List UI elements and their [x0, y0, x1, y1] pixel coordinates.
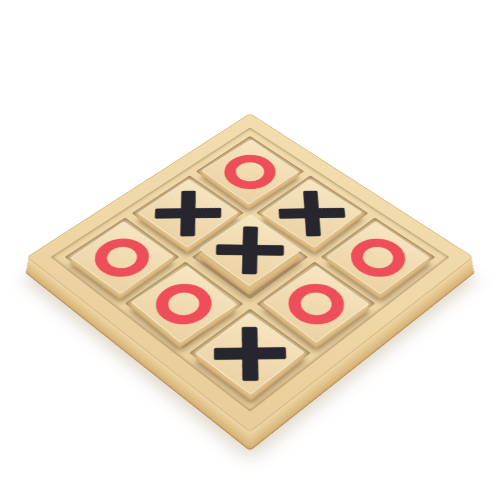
product-photo-stage — [0, 0, 500, 500]
x-bar — [279, 208, 346, 219]
tic-tac-toe-board — [27, 113, 474, 432]
o-ring — [214, 148, 286, 196]
o-ring — [276, 275, 355, 332]
x-bar — [216, 244, 284, 255]
x-bar — [214, 346, 286, 359]
o-ring — [145, 275, 223, 332]
x-bar — [155, 208, 221, 219]
o-ring — [84, 230, 160, 284]
board-well — [51, 127, 450, 411]
o-ring — [340, 230, 416, 284]
